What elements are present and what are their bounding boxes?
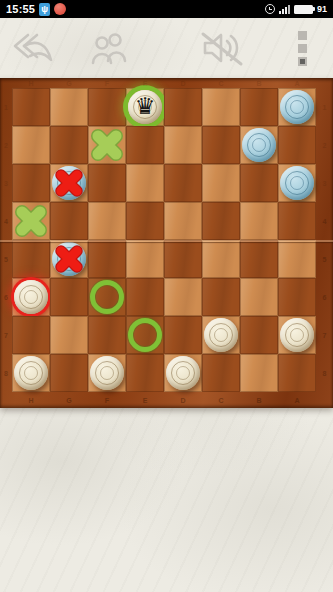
- square-E1[interactable]: ♛: [126, 88, 164, 126]
- square-B4[interactable]: [240, 202, 278, 240]
- square-D4[interactable]: [164, 202, 202, 240]
- square-G7[interactable]: [50, 316, 88, 354]
- square-H2[interactable]: [12, 126, 50, 164]
- square-D6[interactable]: [164, 278, 202, 316]
- players-button[interactable]: [88, 18, 132, 78]
- square-F7[interactable]: [88, 316, 126, 354]
- square-A8[interactable]: [278, 354, 316, 392]
- move-hint-circle-icon[interactable]: [128, 318, 162, 352]
- square-C4[interactable]: [202, 202, 240, 240]
- square-D1[interactable]: [164, 88, 202, 126]
- square-G2[interactable]: [50, 126, 88, 164]
- app-screen: 15:55 ψ 91: [0, 0, 333, 592]
- square-A3[interactable]: [278, 164, 316, 202]
- square-F6[interactable]: [88, 278, 126, 316]
- square-A4[interactable]: [278, 202, 316, 240]
- square-E2[interactable]: [126, 126, 164, 164]
- square-H5[interactable]: [12, 240, 50, 278]
- move-hint-circle-icon[interactable]: [90, 280, 124, 314]
- piece-ring: [290, 328, 304, 342]
- alarm-clock-icon: [265, 4, 275, 14]
- square-G8[interactable]: [50, 354, 88, 392]
- piece-white-king[interactable]: ♛: [128, 90, 162, 124]
- piece-blue-man[interactable]: [280, 166, 314, 200]
- piece-blue-man[interactable]: [242, 128, 276, 162]
- square-D2[interactable]: [164, 126, 202, 164]
- piece-white-man[interactable]: [280, 318, 314, 352]
- square-C2[interactable]: [202, 126, 240, 164]
- rank-right-label: 5: [323, 256, 327, 263]
- battery-icon: [294, 5, 313, 14]
- square-D3[interactable]: [164, 164, 202, 202]
- square-E3[interactable]: [126, 164, 164, 202]
- square-D8[interactable]: [164, 354, 202, 392]
- square-B3[interactable]: [240, 164, 278, 202]
- square-B2[interactable]: [240, 126, 278, 164]
- square-G4[interactable]: [50, 202, 88, 240]
- square-F1[interactable]: [88, 88, 126, 126]
- rank-left-label: 7: [4, 332, 8, 339]
- king-crown-icon: ♛: [135, 95, 156, 118]
- square-A5[interactable]: [278, 240, 316, 278]
- board-fold-seam: [0, 240, 333, 242]
- square-H7[interactable]: [12, 316, 50, 354]
- file-bottom-label: D: [180, 397, 185, 404]
- piece-white-man[interactable]: [204, 318, 238, 352]
- sound-muted-icon: [198, 28, 246, 68]
- square-A2[interactable]: [278, 126, 316, 164]
- file-top-label: E: [143, 80, 148, 87]
- file-top-label: D: [180, 80, 185, 87]
- square-C5[interactable]: [202, 240, 240, 278]
- square-H8[interactable]: [12, 354, 50, 392]
- square-B6[interactable]: [240, 278, 278, 316]
- piece-ring: [24, 366, 38, 380]
- square-G1[interactable]: [50, 88, 88, 126]
- file-bottom-label: C: [218, 397, 223, 404]
- piece-ring: [214, 328, 228, 342]
- overflow-menu-icon: [298, 31, 307, 66]
- file-bottom-label: B: [256, 397, 261, 404]
- sound-mute-button[interactable]: [196, 18, 248, 78]
- status-bar: 15:55 ψ 91: [0, 0, 333, 18]
- square-B5[interactable]: [240, 240, 278, 278]
- piece-white-man[interactable]: [14, 280, 48, 314]
- status-right-group: 91: [265, 4, 327, 14]
- square-B1[interactable]: [240, 88, 278, 126]
- rank-left-label: 6: [4, 294, 8, 301]
- square-C8[interactable]: [202, 354, 240, 392]
- square-G5[interactable]: [50, 240, 88, 278]
- rank-right-label: 4: [323, 218, 327, 225]
- checkers-board: ♛ 1122334455667788HHGGFFEEDDCCBBAA: [0, 78, 333, 408]
- piece-blue-man[interactable]: [280, 90, 314, 124]
- rank-right-label: 8: [323, 370, 327, 377]
- square-H4[interactable]: [12, 202, 50, 240]
- file-top-label: B: [256, 80, 261, 87]
- square-E8[interactable]: [126, 354, 164, 392]
- file-bottom-label: H: [28, 397, 33, 404]
- square-E4[interactable]: [126, 202, 164, 240]
- piece-white-man[interactable]: [166, 356, 200, 390]
- rank-left-label: 2: [4, 142, 8, 149]
- rank-right-label: 2: [323, 142, 327, 149]
- square-E7[interactable]: [126, 316, 164, 354]
- usb-icon: ψ: [39, 3, 50, 16]
- piece-ring: [290, 176, 304, 190]
- square-F8[interactable]: [88, 354, 126, 392]
- square-C6[interactable]: [202, 278, 240, 316]
- file-bottom-label: E: [143, 397, 148, 404]
- file-bottom-label: A: [294, 397, 299, 404]
- square-C3[interactable]: [202, 164, 240, 202]
- rank-left-label: 5: [4, 256, 8, 263]
- capture-x-icon: [53, 243, 85, 275]
- file-top-label: H: [28, 80, 33, 87]
- battery-percent: 91: [317, 4, 327, 14]
- piece-ring: [176, 366, 190, 380]
- piece-blue-man[interactable]: [52, 242, 86, 276]
- file-top-label: G: [66, 80, 71, 87]
- double-back-arrow-icon: [9, 30, 55, 66]
- signal-strength-icon: [279, 4, 290, 14]
- square-E5[interactable]: [126, 240, 164, 278]
- square-A1[interactable]: [278, 88, 316, 126]
- file-bottom-label: F: [105, 397, 109, 404]
- rank-left-label: 4: [4, 218, 8, 225]
- square-D5[interactable]: [164, 240, 202, 278]
- square-F5[interactable]: [88, 240, 126, 278]
- two-players-icon: [90, 30, 130, 66]
- rank-left-label: 1: [4, 104, 8, 111]
- square-F4[interactable]: [88, 202, 126, 240]
- square-C1[interactable]: [202, 88, 240, 126]
- overflow-menu-button[interactable]: [290, 18, 314, 78]
- clock-time: 15:55: [6, 3, 35, 15]
- file-top-label: A: [294, 80, 299, 87]
- rank-right-label: 1: [323, 104, 327, 111]
- square-B7[interactable]: [240, 316, 278, 354]
- piece-ring: [290, 100, 304, 114]
- rank-right-label: 3: [323, 180, 327, 187]
- square-H6[interactable]: [12, 278, 50, 316]
- move-hint-x-icon[interactable]: [88, 126, 126, 164]
- square-G3[interactable]: [50, 164, 88, 202]
- square-D7[interactable]: [164, 316, 202, 354]
- square-A7[interactable]: [278, 316, 316, 354]
- square-H3[interactable]: [12, 164, 50, 202]
- piece-ring: [24, 290, 38, 304]
- undo-all-button[interactable]: [6, 18, 58, 78]
- notification-dot-icon: [54, 3, 66, 15]
- square-F3[interactable]: [88, 164, 126, 202]
- square-A6[interactable]: [278, 278, 316, 316]
- move-hint-x-icon[interactable]: [12, 202, 50, 240]
- capture-x-icon: [53, 167, 85, 199]
- file-top-label: C: [218, 80, 223, 87]
- square-H1[interactable]: [12, 88, 50, 126]
- piece-white-man[interactable]: [90, 356, 124, 390]
- square-C7[interactable]: [202, 316, 240, 354]
- piece-ring: [252, 138, 266, 152]
- piece-ring: [100, 366, 114, 380]
- square-F2[interactable]: [88, 126, 126, 164]
- piece-white-man[interactable]: [14, 356, 48, 390]
- rank-left-label: 3: [4, 180, 8, 187]
- rank-left-label: 8: [4, 370, 8, 377]
- file-bottom-label: G: [66, 397, 71, 404]
- square-G6[interactable]: [50, 278, 88, 316]
- square-E6[interactable]: [126, 278, 164, 316]
- rank-right-label: 6: [323, 294, 327, 301]
- piece-blue-man[interactable]: [52, 166, 86, 200]
- rank-right-label: 7: [323, 332, 327, 339]
- file-top-label: F: [105, 80, 109, 87]
- square-B8[interactable]: [240, 354, 278, 392]
- toolbar: [0, 18, 333, 78]
